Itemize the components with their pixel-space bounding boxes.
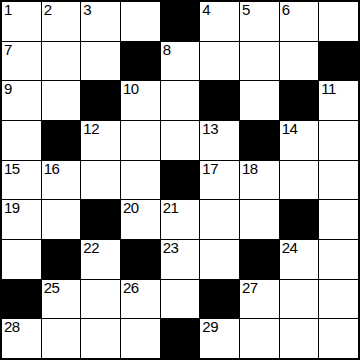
block-cell-r2c9 [319, 42, 358, 81]
clue-number: 17 [202, 161, 218, 177]
cell-r1c8[interactable]: 6 [280, 2, 319, 41]
clue-number: 29 [202, 319, 218, 335]
clue-number: 9 [4, 81, 12, 97]
block-cell-r8c6 [200, 280, 239, 319]
cell-r8c5[interactable] [161, 280, 200, 319]
cell-r3c5[interactable] [161, 81, 200, 120]
clue-number: 10 [123, 81, 139, 97]
cell-r8c2[interactable]: 25 [42, 280, 81, 319]
cell-r2c5[interactable]: 8 [161, 42, 200, 81]
cell-r6c5[interactable]: 21 [161, 200, 200, 239]
clue-number: 11 [321, 81, 336, 97]
cell-r1c4[interactable] [121, 2, 160, 41]
clue-number: 18 [242, 161, 258, 177]
clue-number: 7 [4, 42, 12, 58]
block-cell-r4c7 [240, 121, 279, 160]
cell-r9c2[interactable] [42, 319, 81, 358]
clue-number: 4 [202, 2, 210, 18]
block-cell-r5c5 [161, 161, 200, 200]
cell-r6c6[interactable] [200, 200, 239, 239]
block-cell-r2c4 [121, 42, 160, 81]
cell-r1c2[interactable]: 2 [42, 2, 81, 41]
block-cell-r7c2 [42, 240, 81, 279]
cell-r2c6[interactable] [200, 42, 239, 81]
cell-r9c8[interactable] [280, 319, 319, 358]
block-cell-r7c7 [240, 240, 279, 279]
cell-r6c9[interactable] [319, 200, 358, 239]
cell-r9c9[interactable] [319, 319, 358, 358]
crossword-grid: 1234567891011121314151617181920212223242… [0, 0, 360, 360]
cell-r4c4[interactable] [121, 121, 160, 160]
block-cell-r3c6 [200, 81, 239, 120]
cell-r1c9[interactable] [319, 2, 358, 41]
clue-number: 28 [4, 319, 20, 335]
cell-r3c9[interactable]: 11 [319, 81, 358, 120]
cell-r3c2[interactable] [42, 81, 81, 120]
cell-r9c7[interactable] [240, 319, 279, 358]
block-cell-r4c2 [42, 121, 81, 160]
cell-r9c1[interactable]: 28 [2, 319, 41, 358]
cell-r7c8[interactable]: 24 [280, 240, 319, 279]
cell-r5c7[interactable]: 18 [240, 161, 279, 200]
cell-r7c1[interactable] [2, 240, 41, 279]
clue-number: 22 [83, 240, 99, 256]
cell-r9c6[interactable]: 29 [200, 319, 239, 358]
cell-r2c2[interactable] [42, 42, 81, 81]
block-cell-r6c3 [81, 200, 120, 239]
cell-r7c5[interactable]: 23 [161, 240, 200, 279]
cell-r6c4[interactable]: 20 [121, 200, 160, 239]
cell-r2c1[interactable]: 7 [2, 42, 41, 81]
cell-r3c7[interactable] [240, 81, 279, 120]
clue-number: 1 [4, 2, 12, 18]
crossword-puzzle: 1234567891011121314151617181920212223242… [0, 0, 360, 360]
clue-number: 5 [242, 2, 250, 18]
cell-r5c6[interactable]: 17 [200, 161, 239, 200]
cell-r7c6[interactable] [200, 240, 239, 279]
block-cell-r8c1 [2, 280, 41, 319]
cell-r2c3[interactable] [81, 42, 120, 81]
clue-number: 14 [282, 121, 298, 137]
cell-r3c4[interactable]: 10 [121, 81, 160, 120]
cell-r7c3[interactable]: 22 [81, 240, 120, 279]
cell-r5c4[interactable] [121, 161, 160, 200]
cell-r9c4[interactable] [121, 319, 160, 358]
cell-r4c5[interactable] [161, 121, 200, 160]
clue-number: 8 [163, 42, 171, 58]
block-cell-r9c5 [161, 319, 200, 358]
cell-r8c7[interactable]: 27 [240, 280, 279, 319]
cell-r8c4[interactable]: 26 [121, 280, 160, 319]
clue-number: 25 [44, 280, 60, 296]
cell-r4c1[interactable] [2, 121, 41, 160]
cell-r4c3[interactable]: 12 [81, 121, 120, 160]
cell-r2c7[interactable] [240, 42, 279, 81]
cell-r5c3[interactable] [81, 161, 120, 200]
cell-r9c3[interactable] [81, 319, 120, 358]
clue-number: 15 [4, 161, 20, 177]
cell-r5c8[interactable] [280, 161, 319, 200]
cell-r6c1[interactable]: 19 [2, 200, 41, 239]
cell-r8c8[interactable] [280, 280, 319, 319]
cell-r4c9[interactable] [319, 121, 358, 160]
block-cell-r3c3 [81, 81, 120, 120]
cell-r6c7[interactable] [240, 200, 279, 239]
cell-r4c6[interactable]: 13 [200, 121, 239, 160]
cell-r3c1[interactable]: 9 [2, 81, 41, 120]
cell-r5c9[interactable] [319, 161, 358, 200]
clue-number: 19 [4, 200, 20, 216]
cell-r1c3[interactable]: 3 [81, 2, 120, 41]
block-cell-r3c8 [280, 81, 319, 120]
cell-r4c8[interactable]: 14 [280, 121, 319, 160]
cell-r1c7[interactable]: 5 [240, 2, 279, 41]
cell-r1c1[interactable]: 1 [2, 2, 41, 41]
clue-number: 26 [123, 280, 139, 296]
clue-number: 2 [44, 2, 52, 18]
clue-number: 6 [282, 2, 290, 18]
clue-number: 13 [202, 121, 218, 137]
clue-number: 23 [163, 240, 179, 256]
clue-number: 21 [163, 200, 179, 216]
cell-r2c8[interactable] [280, 42, 319, 81]
clue-number: 24 [282, 240, 298, 256]
cell-r6c2[interactable] [42, 200, 81, 239]
clue-number: 3 [83, 2, 91, 18]
cell-r5c1[interactable]: 15 [2, 161, 41, 200]
clue-number: 27 [242, 280, 258, 296]
cell-r1c6[interactable]: 4 [200, 2, 239, 41]
clue-number: 16 [44, 161, 60, 177]
cell-r7c9[interactable] [319, 240, 358, 279]
block-cell-r7c4 [121, 240, 160, 279]
clue-number: 20 [123, 200, 139, 216]
cell-r8c3[interactable] [81, 280, 120, 319]
cell-r5c2[interactable]: 16 [42, 161, 81, 200]
clue-number: 12 [83, 121, 99, 137]
block-cell-r6c8 [280, 200, 319, 239]
block-cell-r1c5 [161, 2, 200, 41]
cell-r8c9[interactable] [319, 280, 358, 319]
